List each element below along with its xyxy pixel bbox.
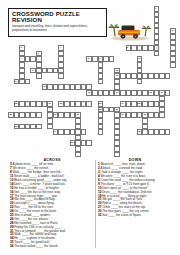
cell-number: 29 — [54, 113, 56, 115]
grid-cell[interactable] — [154, 51, 160, 57]
clue-number-label: 32 — [98, 213, 101, 217]
grid-cell[interactable] — [81, 129, 87, 135]
cell-number: 26 — [99, 108, 101, 110]
cell-number: 28 — [9, 113, 11, 115]
grid-cell[interactable] — [98, 129, 104, 135]
cell-number: 35 — [138, 130, 140, 132]
down-clues-section: DOWN 1Means of ____: bus, train, plane.2… — [98, 158, 172, 218]
across-clues-section: ACROSS 5A plane must ____ off on time.7W… — [10, 158, 94, 249]
cell-number: 23 — [99, 102, 101, 104]
cell-number: 1 — [155, 7, 156, 9]
grid-cell[interactable] — [58, 73, 64, 79]
grid-cell[interactable] — [165, 129, 171, 135]
down-clue-list: 1Means of ____: bus, train, plane.2A bla… — [98, 163, 172, 217]
cell-number: 9 — [99, 57, 100, 59]
cell-number: 13 — [116, 74, 118, 76]
cell-number: 8 — [88, 57, 89, 59]
grid-cell[interactable] — [30, 56, 36, 62]
grid-cell[interactable] — [165, 73, 171, 79]
clue-number-label: 36 — [10, 244, 13, 248]
cell-number: 22 — [60, 102, 62, 104]
grid-cell[interactable] — [75, 152, 81, 158]
cell-number: 12 — [116, 69, 118, 71]
cell-number: 5 — [127, 46, 128, 48]
worksheet-page: CROSSWORD PUZZLE REVISION transport and … — [0, 0, 180, 255]
cell-number: 11 — [32, 69, 34, 71]
cell-number: 20 — [15, 102, 17, 104]
grid-cell[interactable] — [159, 112, 165, 118]
cell-number: 16 — [88, 91, 90, 93]
grid-cell[interactable] — [53, 68, 59, 74]
cell-number: 31 — [121, 113, 123, 115]
cell-number: 17 — [116, 91, 118, 93]
down-header: DOWN — [98, 158, 172, 162]
grid-cell[interactable]: 11 — [30, 68, 36, 74]
clue-text: Sail ____ the coast of Spain. — [102, 213, 141, 217]
grid-cell[interactable]: 36 — [70, 140, 76, 146]
cell-number: 2 — [172, 29, 173, 31]
cell-number: 36 — [71, 141, 73, 143]
grid-cell[interactable] — [98, 79, 104, 85]
cell-number: 14 — [15, 80, 17, 82]
grid-cell[interactable] — [109, 56, 115, 62]
grid-cell[interactable] — [137, 79, 143, 85]
grid-cell[interactable] — [86, 140, 92, 146]
grid-cell[interactable] — [170, 62, 176, 68]
cell-number: 25 — [138, 102, 140, 104]
cell-number: 7 — [21, 57, 22, 59]
grid-cell[interactable] — [86, 101, 92, 107]
grid-cell[interactable] — [36, 73, 42, 79]
cell-number: 33 — [15, 125, 17, 127]
grid-cell[interactable] — [109, 90, 115, 96]
grid-cell[interactable] — [131, 73, 137, 79]
clue-item: 36The boat sailed ____ the island. — [10, 245, 94, 249]
across-header: ACROSS — [10, 158, 94, 162]
across-clue-list: 5A plane must ____ off on time.7We drove… — [10, 163, 94, 248]
grid-cell[interactable] — [148, 45, 154, 51]
cell-number: 19 — [161, 91, 163, 93]
cell-number: 6 — [37, 52, 38, 54]
grid-cell[interactable] — [165, 90, 171, 96]
grid-cell[interactable] — [36, 112, 42, 118]
grid-cell[interactable] — [36, 124, 42, 130]
cell-number: 30 — [77, 113, 79, 115]
cell-number: 15 — [43, 85, 45, 87]
cell-number: 18 — [149, 91, 151, 93]
clue-item: 32Sail ____ the coast of Spain. — [98, 214, 172, 218]
grid-cell[interactable] — [154, 101, 160, 107]
cell-number: 4 — [60, 46, 61, 48]
cell-number: 27 — [116, 108, 118, 110]
grid-cell[interactable] — [154, 112, 160, 118]
cell-number: 21 — [49, 102, 51, 104]
cell-number: 10 — [138, 57, 140, 59]
cell-number: 32 — [144, 113, 146, 115]
grid-cell[interactable]: 35 — [137, 129, 143, 135]
grid-cell[interactable] — [70, 129, 76, 135]
clue-text: The boat sailed ____ the island. — [14, 244, 58, 248]
cell-number: 3 — [21, 46, 22, 48]
cell-number: 34 — [54, 130, 56, 132]
grid-cell[interactable] — [114, 152, 120, 158]
cell-number: 24 — [121, 102, 123, 104]
grid-cell[interactable] — [25, 79, 31, 85]
